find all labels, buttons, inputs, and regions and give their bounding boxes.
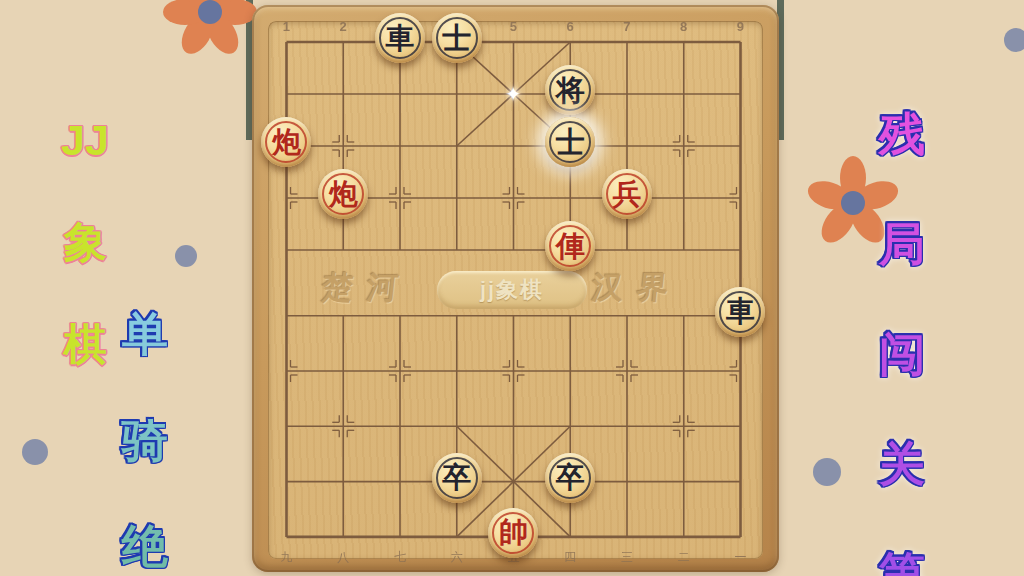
app-title-vertical: JJ 象 棋 <box>56 64 114 421</box>
piece-glyph: 士 <box>442 24 471 53</box>
dot-decoration <box>22 439 48 465</box>
game-screen: JJ 象 棋 单 骑 绝 尘 残 局 闯 关 第 37 关 12 34 56 7… <box>0 0 1024 576</box>
piece-glyph: 兵 <box>612 180 641 209</box>
piece-glyph: 士 <box>556 128 585 157</box>
piece-glyph: 炮 <box>272 128 301 157</box>
puzzle-name-vertical: 单 骑 绝 尘 <box>116 255 174 576</box>
piece-glyph: 車 <box>726 297 755 326</box>
xiangqi-board[interactable]: ✦ 車士将士炮炮兵俥車卒卒帥 <box>258 16 769 564</box>
dot-decoration <box>813 458 841 486</box>
piece-glyph: 炮 <box>329 180 358 209</box>
piece-black-chariot[interactable]: 車 <box>375 13 425 63</box>
piece-glyph: 卒 <box>442 463 471 492</box>
piece-black-general[interactable]: 将 <box>545 65 595 115</box>
piece-black-advisor[interactable]: 士 <box>432 13 482 63</box>
piece-red-chariot[interactable]: 俥 <box>545 221 595 271</box>
move-highlight-sparkle: ✦ <box>501 82 525 106</box>
piece-red-cannon[interactable]: 炮 <box>261 117 311 167</box>
piece-red-general[interactable]: 帥 <box>488 508 538 558</box>
piece-black-soldier[interactable]: 卒 <box>432 453 482 503</box>
piece-black-chariot[interactable]: 車 <box>715 287 765 337</box>
piece-black-soldier[interactable]: 卒 <box>545 453 595 503</box>
piece-glyph: 卒 <box>556 463 585 492</box>
dot-decoration <box>175 245 197 267</box>
piece-glyph: 車 <box>385 24 414 53</box>
level-caption-vertical: 残 局 闯 关 第 37 关 <box>873 52 931 576</box>
piece-red-cannon[interactable]: 炮 <box>318 169 368 219</box>
piece-red-soldier[interactable]: 兵 <box>602 169 652 219</box>
dot-decoration <box>1004 28 1024 52</box>
piece-black-advisor[interactable]: 士 <box>545 117 595 167</box>
piece-glyph: 俥 <box>556 232 585 261</box>
piece-glyph: 帥 <box>499 518 528 547</box>
piece-glyph: 将 <box>556 76 585 105</box>
